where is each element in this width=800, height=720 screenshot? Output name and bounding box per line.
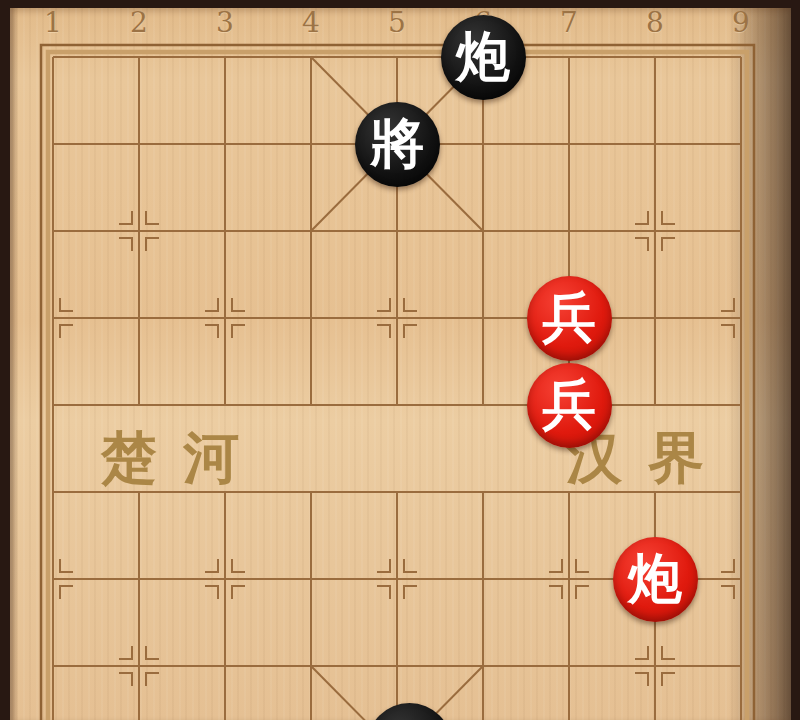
piece-glyph: 炮	[628, 552, 682, 606]
piece-glyph: 兵	[542, 291, 596, 345]
piece-red-soldier-2[interactable]: 兵	[527, 363, 612, 448]
piece-glyph: 將	[370, 117, 424, 171]
piece-red-soldier-1[interactable]: 兵	[527, 276, 612, 361]
piece-glyph: 兵	[542, 378, 596, 432]
piece-red-cannon[interactable]: 炮	[613, 537, 698, 622]
piece-glyph: 炮	[456, 30, 510, 84]
piece-layer: 炮將兵兵炮	[10, 14, 784, 720]
xiangqi-board: 1 2 3 4 5 6 7 8 9 楚河 汉界 炮將兵兵炮	[0, 0, 800, 720]
piece-black-general[interactable]: 將	[355, 102, 440, 187]
piece-black-cannon[interactable]: 炮	[441, 15, 526, 100]
piece-cropped-black-piece[interactable]	[367, 703, 452, 720]
